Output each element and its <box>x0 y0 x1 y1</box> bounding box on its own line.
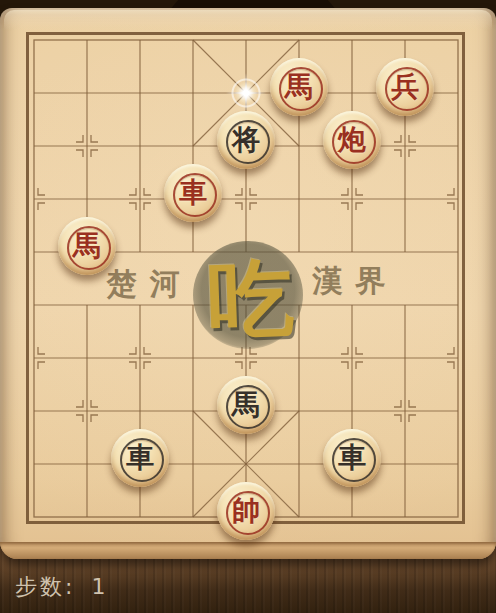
board-point: 炮 <box>326 120 379 173</box>
piece-character: 馬 <box>285 73 313 101</box>
piece-black[interactable]: 車 <box>111 429 169 487</box>
board-point: 馬 <box>61 226 114 279</box>
piece-character: 兵 <box>391 73 419 101</box>
piece-red[interactable]: 帥 <box>217 482 275 540</box>
xiangqi-app-screen: 楚河 漢界 吃 馬兵将炮車馬馬車車帥 步数:1 <box>0 0 496 613</box>
piece-character: 馬 <box>73 232 101 260</box>
board-point: 兵 <box>379 67 432 120</box>
piece-character: 炮 <box>338 126 366 154</box>
board-point: 車 <box>326 438 379 491</box>
xiangqi-board[interactable]: 楚河 漢界 吃 馬兵将炮車馬馬車車帥 <box>0 8 496 559</box>
step-counter-label: 步数: <box>15 574 75 599</box>
board-point: 車 <box>114 438 167 491</box>
sparkle-effect-icon <box>224 71 268 115</box>
piece-character: 将 <box>232 126 260 154</box>
step-counter: 步数:1 <box>15 572 105 602</box>
board-point: 将 <box>220 120 273 173</box>
piece-character: 帥 <box>232 497 260 525</box>
board-point: 馬 <box>273 67 326 120</box>
piece-character: 車 <box>126 444 154 472</box>
piece-red[interactable]: 馬 <box>58 217 116 275</box>
piece-black[interactable]: 馬 <box>217 376 275 434</box>
piece-character: 馬 <box>232 391 260 419</box>
pieces-layer[interactable]: 馬兵将炮車馬馬車車帥 <box>8 14 485 544</box>
piece-black[interactable]: 車 <box>323 429 381 487</box>
piece-red[interactable]: 馬 <box>270 58 328 116</box>
piece-character: 車 <box>338 444 366 472</box>
step-counter-value: 1 <box>91 574 105 599</box>
board-point <box>220 67 273 120</box>
board-point: 帥 <box>220 491 273 544</box>
piece-character: 車 <box>179 179 207 207</box>
piece-red[interactable]: 炮 <box>323 111 381 169</box>
piece-red[interactable]: 車 <box>164 164 222 222</box>
piece-black[interactable]: 将 <box>217 111 275 169</box>
board-point: 馬 <box>220 385 273 438</box>
status-bar: 步数:1 <box>0 566 496 613</box>
piece-red[interactable]: 兵 <box>376 58 434 116</box>
board-point: 車 <box>167 173 220 226</box>
